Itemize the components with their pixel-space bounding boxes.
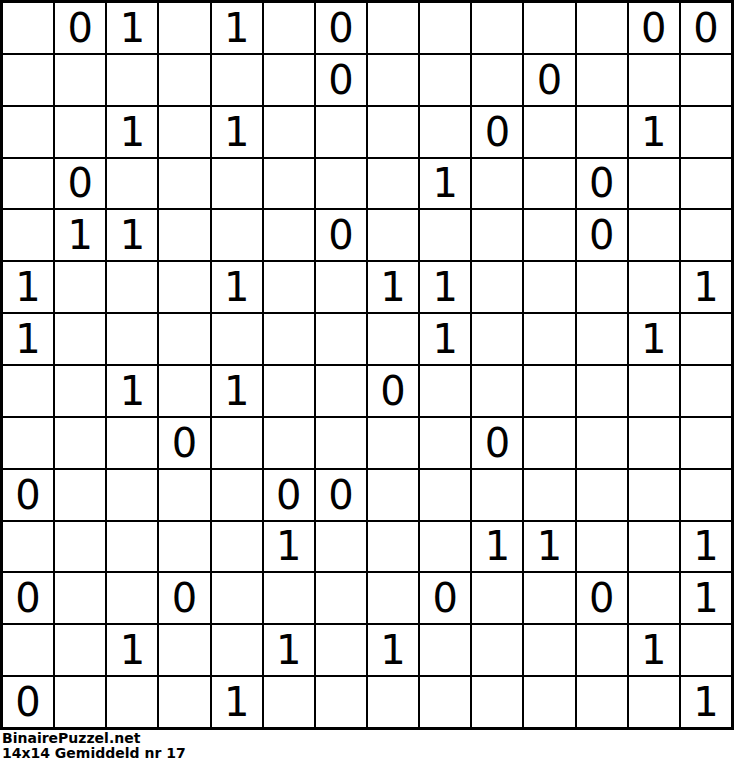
cell-r12c13[interactable] bbox=[629, 573, 679, 623]
cell-r11c9[interactable] bbox=[420, 522, 470, 572]
cell-r14c13[interactable] bbox=[629, 677, 679, 727]
cell-r7c11[interactable] bbox=[524, 314, 574, 364]
cell-r3c12[interactable] bbox=[577, 107, 627, 157]
cell-r2c5[interactable] bbox=[212, 55, 262, 105]
cell-r10c8[interactable] bbox=[368, 470, 418, 520]
cell-r12c7[interactable] bbox=[316, 573, 366, 623]
cell-r7c3[interactable] bbox=[107, 314, 157, 364]
cell-r10c5[interactable] bbox=[212, 470, 262, 520]
cell-r13c7[interactable] bbox=[316, 625, 366, 675]
cell-r14c9[interactable] bbox=[420, 677, 470, 727]
cell-r12c4: 0 bbox=[159, 573, 209, 623]
cell-r5c12: 0 bbox=[577, 210, 627, 260]
cell-r10c13[interactable] bbox=[629, 470, 679, 520]
cell-r12c2[interactable] bbox=[55, 573, 105, 623]
cell-r10c14[interactable] bbox=[681, 470, 731, 520]
cell-r3c8[interactable] bbox=[368, 107, 418, 157]
cell-r2c14[interactable] bbox=[681, 55, 731, 105]
cell-r1c14: 0 bbox=[681, 3, 731, 53]
cell-r12c14: 1 bbox=[681, 573, 731, 623]
cell-r6c6[interactable] bbox=[264, 262, 314, 312]
cell-r12c5[interactable] bbox=[212, 573, 262, 623]
cell-r6c3[interactable] bbox=[107, 262, 157, 312]
cell-r10c1: 0 bbox=[3, 470, 53, 520]
cell-r2c13[interactable] bbox=[629, 55, 679, 105]
cell-r11c14: 1 bbox=[681, 522, 731, 572]
cell-r2c6[interactable] bbox=[264, 55, 314, 105]
cell-r14c2[interactable] bbox=[55, 677, 105, 727]
cell-r10c4[interactable] bbox=[159, 470, 209, 520]
cell-r1c4[interactable] bbox=[159, 3, 209, 53]
cell-r2c4[interactable] bbox=[159, 55, 209, 105]
cell-r14c1: 0 bbox=[3, 677, 53, 727]
cell-r1c10[interactable] bbox=[472, 3, 522, 53]
cell-r2c9[interactable] bbox=[420, 55, 470, 105]
cell-r11c4[interactable] bbox=[159, 522, 209, 572]
cell-r8c2[interactable] bbox=[55, 366, 105, 416]
cell-r3c9[interactable] bbox=[420, 107, 470, 157]
cell-r8c8: 0 bbox=[368, 366, 418, 416]
cell-r6c14: 1 bbox=[681, 262, 731, 312]
cell-r5c6[interactable] bbox=[264, 210, 314, 260]
cell-r7c12[interactable] bbox=[577, 314, 627, 364]
cell-r4c13[interactable] bbox=[629, 159, 679, 209]
cell-r9c2[interactable] bbox=[55, 418, 105, 468]
cell-r6c2[interactable] bbox=[55, 262, 105, 312]
cell-r7c2[interactable] bbox=[55, 314, 105, 364]
cell-r9c14[interactable] bbox=[681, 418, 731, 468]
cell-r13c3: 1 bbox=[107, 625, 157, 675]
cell-r6c9: 1 bbox=[420, 262, 470, 312]
cell-r12c11[interactable] bbox=[524, 573, 574, 623]
cell-r1c6[interactable] bbox=[264, 3, 314, 53]
puzzle-caption: 14x14 Gemiddeld nr 17 bbox=[2, 746, 734, 760]
cell-r8c10[interactable] bbox=[472, 366, 522, 416]
cell-r14c12[interactable] bbox=[577, 677, 627, 727]
cell-r11c11: 1 bbox=[524, 522, 574, 572]
cell-r8c3: 1 bbox=[107, 366, 157, 416]
cell-r6c5: 1 bbox=[212, 262, 262, 312]
cell-r8c7[interactable] bbox=[316, 366, 366, 416]
cell-r6c1: 1 bbox=[3, 262, 53, 312]
cell-r7c1: 1 bbox=[3, 314, 53, 364]
cell-r1c7: 0 bbox=[316, 3, 366, 53]
cell-r13c5[interactable] bbox=[212, 625, 262, 675]
cell-r7c8[interactable] bbox=[368, 314, 418, 364]
cell-r9c12[interactable] bbox=[577, 418, 627, 468]
cell-r3c2[interactable] bbox=[55, 107, 105, 157]
cell-r13c8: 1 bbox=[368, 625, 418, 675]
cell-r12c6[interactable] bbox=[264, 573, 314, 623]
cell-r5c10[interactable] bbox=[472, 210, 522, 260]
cell-r9c4: 0 bbox=[159, 418, 209, 468]
cell-r2c3[interactable] bbox=[107, 55, 157, 105]
cell-r13c4[interactable] bbox=[159, 625, 209, 675]
cell-r8c6[interactable] bbox=[264, 366, 314, 416]
cell-r13c9[interactable] bbox=[420, 625, 470, 675]
cell-r2c8[interactable] bbox=[368, 55, 418, 105]
cell-r3c6[interactable] bbox=[264, 107, 314, 157]
cell-r3c13: 1 bbox=[629, 107, 679, 157]
cell-r4c12: 0 bbox=[577, 159, 627, 209]
cell-r10c3[interactable] bbox=[107, 470, 157, 520]
cell-r7c7[interactable] bbox=[316, 314, 366, 364]
cell-r9c11[interactable] bbox=[524, 418, 574, 468]
cell-r5c14[interactable] bbox=[681, 210, 731, 260]
cell-r4c8[interactable] bbox=[368, 159, 418, 209]
cell-r7c6[interactable] bbox=[264, 314, 314, 364]
cell-r4c6[interactable] bbox=[264, 159, 314, 209]
cell-r6c11[interactable] bbox=[524, 262, 574, 312]
cell-r7c10[interactable] bbox=[472, 314, 522, 364]
cell-r5c5[interactable] bbox=[212, 210, 262, 260]
cell-r9c5[interactable] bbox=[212, 418, 262, 468]
cell-r9c1[interactable] bbox=[3, 418, 53, 468]
cell-r2c2[interactable] bbox=[55, 55, 105, 105]
cell-r11c2[interactable] bbox=[55, 522, 105, 572]
cell-r5c8[interactable] bbox=[368, 210, 418, 260]
cell-r5c4[interactable] bbox=[159, 210, 209, 260]
cell-r11c5[interactable] bbox=[212, 522, 262, 572]
cell-r9c10: 0 bbox=[472, 418, 522, 468]
cell-r14c5: 1 bbox=[212, 677, 262, 727]
cell-r5c1[interactable] bbox=[3, 210, 53, 260]
cell-r6c7[interactable] bbox=[316, 262, 366, 312]
cell-r4c10[interactable] bbox=[472, 159, 522, 209]
cell-r4c1[interactable] bbox=[3, 159, 53, 209]
cell-r12c10[interactable] bbox=[472, 573, 522, 623]
cell-r3c5: 1 bbox=[212, 107, 262, 157]
cell-r13c10[interactable] bbox=[472, 625, 522, 675]
cell-r1c2: 0 bbox=[55, 3, 105, 53]
cell-r3c11[interactable] bbox=[524, 107, 574, 157]
cell-r14c14: 1 bbox=[681, 677, 731, 727]
cell-r11c1[interactable] bbox=[3, 522, 53, 572]
cell-r8c1[interactable] bbox=[3, 366, 53, 416]
cell-r10c11[interactable] bbox=[524, 470, 574, 520]
cell-r6c13[interactable] bbox=[629, 262, 679, 312]
cell-r2c10[interactable] bbox=[472, 55, 522, 105]
cell-r1c5: 1 bbox=[212, 3, 262, 53]
cell-r13c12[interactable] bbox=[577, 625, 627, 675]
cell-r12c1: 0 bbox=[3, 573, 53, 623]
cell-r4c2: 0 bbox=[55, 159, 105, 209]
cell-r4c9: 1 bbox=[420, 159, 470, 209]
cell-r14c3[interactable] bbox=[107, 677, 157, 727]
cell-r11c12[interactable] bbox=[577, 522, 627, 572]
cell-r9c13[interactable] bbox=[629, 418, 679, 468]
cell-r14c4[interactable] bbox=[159, 677, 209, 727]
cell-r11c3[interactable] bbox=[107, 522, 157, 572]
cell-r4c3[interactable] bbox=[107, 159, 157, 209]
cell-r13c11[interactable] bbox=[524, 625, 574, 675]
cell-r4c5[interactable] bbox=[212, 159, 262, 209]
cell-r2c11: 0 bbox=[524, 55, 574, 105]
cell-r6c10[interactable] bbox=[472, 262, 522, 312]
cell-r14c10[interactable] bbox=[472, 677, 522, 727]
cell-r8c12[interactable] bbox=[577, 366, 627, 416]
cell-r10c12[interactable] bbox=[577, 470, 627, 520]
cell-r11c10: 1 bbox=[472, 522, 522, 572]
cell-r6c4[interactable] bbox=[159, 262, 209, 312]
cell-r2c7: 0 bbox=[316, 55, 366, 105]
cell-r3c1[interactable] bbox=[3, 107, 53, 157]
cell-r12c12: 0 bbox=[577, 573, 627, 623]
cell-r11c6: 1 bbox=[264, 522, 314, 572]
cell-r3c10: 0 bbox=[472, 107, 522, 157]
cell-r4c14[interactable] bbox=[681, 159, 731, 209]
cell-r14c7[interactable] bbox=[316, 677, 366, 727]
cell-r6c12[interactable] bbox=[577, 262, 627, 312]
cell-r10c6: 0 bbox=[264, 470, 314, 520]
footer: BinairePuzzel.net 14x14 Gemiddeld nr 17 bbox=[0, 730, 734, 760]
cell-r2c12[interactable] bbox=[577, 55, 627, 105]
cell-r13c13: 1 bbox=[629, 625, 679, 675]
cell-r9c7[interactable] bbox=[316, 418, 366, 468]
cell-r3c3: 1 bbox=[107, 107, 157, 157]
cell-r8c9[interactable] bbox=[420, 366, 470, 416]
cell-r7c5[interactable] bbox=[212, 314, 262, 364]
cell-r8c13[interactable] bbox=[629, 366, 679, 416]
cell-r7c4[interactable] bbox=[159, 314, 209, 364]
cell-r12c3[interactable] bbox=[107, 573, 157, 623]
cell-r1c13: 0 bbox=[629, 3, 679, 53]
cell-r7c9: 1 bbox=[420, 314, 470, 364]
cell-r4c7[interactable] bbox=[316, 159, 366, 209]
cell-r10c7: 0 bbox=[316, 470, 366, 520]
cell-r3c4[interactable] bbox=[159, 107, 209, 157]
cell-r14c11[interactable] bbox=[524, 677, 574, 727]
cell-r5c3: 1 bbox=[107, 210, 157, 260]
cell-r10c2[interactable] bbox=[55, 470, 105, 520]
cell-r1c12[interactable] bbox=[577, 3, 627, 53]
cell-r11c7[interactable] bbox=[316, 522, 366, 572]
cell-r9c6[interactable] bbox=[264, 418, 314, 468]
cell-r6c8: 1 bbox=[368, 262, 418, 312]
cell-r13c6: 1 bbox=[264, 625, 314, 675]
cell-r4c4[interactable] bbox=[159, 159, 209, 209]
cell-r11c8[interactable] bbox=[368, 522, 418, 572]
binary-puzzle-board: 0110000011010101100111111111100000011110… bbox=[0, 0, 734, 730]
cell-r4c11[interactable] bbox=[524, 159, 574, 209]
cell-r10c9[interactable] bbox=[420, 470, 470, 520]
cell-r8c14[interactable] bbox=[681, 366, 731, 416]
cell-r5c11[interactable] bbox=[524, 210, 574, 260]
cell-r5c13[interactable] bbox=[629, 210, 679, 260]
cell-r5c7: 0 bbox=[316, 210, 366, 260]
cell-r5c2: 1 bbox=[55, 210, 105, 260]
cell-r9c3[interactable] bbox=[107, 418, 157, 468]
cell-r13c14[interactable] bbox=[681, 625, 731, 675]
cell-r5c9[interactable] bbox=[420, 210, 470, 260]
cell-r1c11[interactable] bbox=[524, 3, 574, 53]
cell-r3c14[interactable] bbox=[681, 107, 731, 157]
cell-r12c9: 0 bbox=[420, 573, 470, 623]
cell-r8c4[interactable] bbox=[159, 366, 209, 416]
cell-r7c14[interactable] bbox=[681, 314, 731, 364]
cell-r3c7[interactable] bbox=[316, 107, 366, 157]
cell-r11c13[interactable] bbox=[629, 522, 679, 572]
cell-r1c8[interactable] bbox=[368, 3, 418, 53]
cell-r1c1[interactable] bbox=[3, 3, 53, 53]
cell-r12c8[interactable] bbox=[368, 573, 418, 623]
cell-r2c1[interactable] bbox=[3, 55, 53, 105]
cell-r9c9[interactable] bbox=[420, 418, 470, 468]
cell-r13c1[interactable] bbox=[3, 625, 53, 675]
cell-r7c13: 1 bbox=[629, 314, 679, 364]
cell-r14c6[interactable] bbox=[264, 677, 314, 727]
cell-r14c8[interactable] bbox=[368, 677, 418, 727]
cell-r8c5: 1 bbox=[212, 366, 262, 416]
cell-r10c10[interactable] bbox=[472, 470, 522, 520]
cell-r1c9[interactable] bbox=[420, 3, 470, 53]
site-name: BinairePuzzel.net bbox=[2, 731, 734, 746]
cell-r9c8[interactable] bbox=[368, 418, 418, 468]
cell-r8c11[interactable] bbox=[524, 366, 574, 416]
cell-r13c2[interactable] bbox=[55, 625, 105, 675]
cell-r1c3: 1 bbox=[107, 3, 157, 53]
